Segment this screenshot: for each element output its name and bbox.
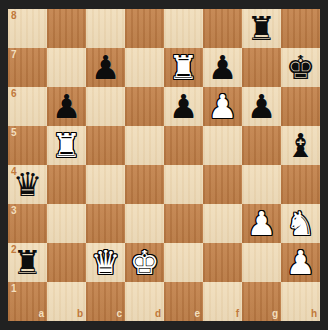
square-h4[interactable]	[281, 165, 320, 204]
file-label-f: f	[236, 309, 239, 319]
square-e8[interactable]	[164, 9, 203, 48]
piece-white-queen[interactable]: ♛	[86, 243, 125, 282]
square-f1[interactable]: f	[203, 282, 242, 321]
square-a3[interactable]: 3	[8, 204, 47, 243]
square-d4[interactable]	[125, 165, 164, 204]
square-g5[interactable]	[242, 126, 281, 165]
rank-label-8: 8	[11, 11, 17, 21]
square-f7[interactable]: ♟	[203, 48, 242, 87]
square-c5[interactable]	[86, 126, 125, 165]
piece-black-pawn[interactable]: ♟	[86, 48, 125, 87]
square-b8[interactable]	[47, 9, 86, 48]
piece-white-pawn[interactable]: ♟	[242, 204, 281, 243]
square-g8[interactable]: ♜	[242, 9, 281, 48]
square-f6[interactable]: ♟	[203, 87, 242, 126]
piece-black-king[interactable]: ♚	[281, 48, 320, 87]
square-f8[interactable]	[203, 9, 242, 48]
file-label-a: a	[38, 309, 44, 319]
piece-white-knight[interactable]: ♞	[281, 204, 320, 243]
square-e7[interactable]: ♜	[164, 48, 203, 87]
piece-white-king[interactable]: ♚	[125, 243, 164, 282]
piece-white-rook[interactable]: ♜	[47, 126, 86, 165]
square-g6[interactable]: ♟	[242, 87, 281, 126]
rank-label-5: 5	[11, 128, 17, 138]
square-h1[interactable]: h	[281, 282, 320, 321]
piece-black-bishop[interactable]: ♝	[281, 126, 320, 165]
rank-label-7: 7	[11, 50, 17, 60]
square-c2[interactable]: ♛	[86, 243, 125, 282]
square-b7[interactable]	[47, 48, 86, 87]
square-d5[interactable]	[125, 126, 164, 165]
square-h8[interactable]	[281, 9, 320, 48]
square-b1[interactable]: b	[47, 282, 86, 321]
square-a8[interactable]: 8	[8, 9, 47, 48]
square-a5[interactable]: 5	[8, 126, 47, 165]
square-b5[interactable]: ♜	[47, 126, 86, 165]
square-d1[interactable]: d	[125, 282, 164, 321]
square-c6[interactable]	[86, 87, 125, 126]
square-b2[interactable]	[47, 243, 86, 282]
square-e3[interactable]	[164, 204, 203, 243]
board-frame: 8♜7♟♜♟♚6♟♟♟♟5♜♝4♛3♟♞2♜♛♚♟1abcdefgh	[0, 0, 328, 330]
square-e4[interactable]	[164, 165, 203, 204]
square-c8[interactable]	[86, 9, 125, 48]
square-c1[interactable]: c	[86, 282, 125, 321]
file-label-e: e	[194, 309, 200, 319]
square-d6[interactable]	[125, 87, 164, 126]
square-e2[interactable]	[164, 243, 203, 282]
square-f5[interactable]	[203, 126, 242, 165]
rank-label-1: 1	[11, 284, 17, 294]
square-a6[interactable]: 6	[8, 87, 47, 126]
square-a2[interactable]: 2♜	[8, 243, 47, 282]
square-b3[interactable]	[47, 204, 86, 243]
square-h2[interactable]: ♟	[281, 243, 320, 282]
square-a4[interactable]: 4♛	[8, 165, 47, 204]
square-f4[interactable]	[203, 165, 242, 204]
square-c3[interactable]	[86, 204, 125, 243]
square-h3[interactable]: ♞	[281, 204, 320, 243]
file-label-b: b	[77, 309, 83, 319]
square-e1[interactable]: e	[164, 282, 203, 321]
square-e6[interactable]: ♟	[164, 87, 203, 126]
square-f2[interactable]	[203, 243, 242, 282]
file-label-g: g	[272, 309, 278, 319]
square-a1[interactable]: 1a	[8, 282, 47, 321]
square-g3[interactable]: ♟	[242, 204, 281, 243]
square-d2[interactable]: ♚	[125, 243, 164, 282]
piece-black-rook[interactable]: ♜	[242, 9, 281, 48]
chess-board: 8♜7♟♜♟♚6♟♟♟♟5♜♝4♛3♟♞2♜♛♚♟1abcdefgh	[8, 9, 320, 321]
file-label-h: h	[311, 309, 317, 319]
piece-black-queen[interactable]: ♛	[8, 165, 47, 204]
rank-label-3: 3	[11, 206, 17, 216]
square-h6[interactable]	[281, 87, 320, 126]
square-g2[interactable]	[242, 243, 281, 282]
square-h7[interactable]: ♚	[281, 48, 320, 87]
square-b6[interactable]: ♟	[47, 87, 86, 126]
square-d7[interactable]	[125, 48, 164, 87]
square-g7[interactable]	[242, 48, 281, 87]
square-c4[interactable]	[86, 165, 125, 204]
square-a7[interactable]: 7	[8, 48, 47, 87]
piece-white-pawn[interactable]: ♟	[281, 243, 320, 282]
piece-black-pawn[interactable]: ♟	[203, 48, 242, 87]
square-d8[interactable]	[125, 9, 164, 48]
square-f3[interactable]	[203, 204, 242, 243]
square-e5[interactable]	[164, 126, 203, 165]
file-label-d: d	[155, 309, 161, 319]
piece-black-pawn[interactable]: ♟	[47, 87, 86, 126]
rank-label-6: 6	[11, 89, 17, 99]
piece-white-rook[interactable]: ♜	[164, 48, 203, 87]
piece-white-pawn[interactable]: ♟	[203, 87, 242, 126]
square-g4[interactable]	[242, 165, 281, 204]
square-d3[interactable]	[125, 204, 164, 243]
file-label-c: c	[116, 309, 122, 319]
piece-black-pawn[interactable]: ♟	[242, 87, 281, 126]
square-g1[interactable]: g	[242, 282, 281, 321]
piece-black-rook[interactable]: ♜	[8, 243, 47, 282]
piece-black-pawn[interactable]: ♟	[164, 87, 203, 126]
square-c7[interactable]: ♟	[86, 48, 125, 87]
square-b4[interactable]	[47, 165, 86, 204]
square-h5[interactable]: ♝	[281, 126, 320, 165]
